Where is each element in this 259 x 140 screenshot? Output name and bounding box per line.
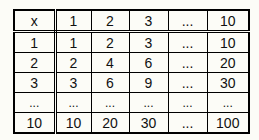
cell-r0-c2: 2 [91, 10, 129, 32]
table-row-ellipsis: ... ... ... ... ... ... [14, 93, 249, 113]
table-row: 3 3 6 9 ... 30 [14, 73, 249, 93]
table-row: 10 10 20 30 ... 100 [14, 113, 249, 134]
cell-r0-c3: 3 [129, 10, 168, 32]
cell-r5-c2: 20 [91, 113, 129, 134]
multiplication-table: x 1 2 3 ... 10 1 1 2 3 ... 10 2 2 4 6 ..… [13, 9, 250, 134]
cell-r4-c1: ... [55, 93, 91, 113]
cell-r4-c0: ... [14, 93, 55, 113]
cell-r2-c0: 2 [14, 53, 55, 73]
cell-r1-c4: ... [168, 32, 207, 53]
cell-r3-c4: ... [168, 73, 207, 93]
cell-r2-c5: 20 [207, 53, 249, 73]
cell-r1-c3: 3 [129, 32, 168, 53]
cell-r3-c0: 3 [14, 73, 55, 93]
cell-r5-c0: 10 [14, 113, 55, 134]
cell-r5-c3: 30 [129, 113, 168, 134]
cell-r0-c1: 1 [55, 10, 91, 32]
cell-r1-c1: 1 [55, 32, 91, 53]
cell-r1-c5: 10 [207, 32, 249, 53]
cell-r5-c5: 100 [207, 113, 249, 134]
cell-r3-c1: 3 [55, 73, 91, 93]
cell-r5-c1: 10 [55, 113, 91, 134]
cell-r4-c2: ... [91, 93, 129, 113]
table-row: 2 2 4 6 ... 20 [14, 53, 249, 73]
cell-r4-c3: ... [129, 93, 168, 113]
cell-r2-c1: 2 [55, 53, 91, 73]
cell-r0-c4: ... [168, 10, 207, 32]
cell-r2-c4: ... [168, 53, 207, 73]
table-header-row: x 1 2 3 ... 10 [14, 10, 249, 32]
cell-r4-c4: ... [168, 93, 207, 113]
cell-r2-c2: 4 [91, 53, 129, 73]
cell-r3-c5: 30 [207, 73, 249, 93]
cell-r5-c4: ... [168, 113, 207, 134]
cell-r3-c3: 9 [129, 73, 168, 93]
cell-r4-c5: ... [207, 93, 249, 113]
cell-r1-c0: 1 [14, 32, 55, 53]
cell-r3-c2: 6 [91, 73, 129, 93]
table-row: 1 1 2 3 ... 10 [14, 32, 249, 53]
cell-r2-c3: 6 [129, 53, 168, 73]
cell-r0-c0: x [14, 10, 55, 32]
cell-r1-c2: 2 [91, 32, 129, 53]
cell-r0-c5: 10 [207, 10, 249, 32]
